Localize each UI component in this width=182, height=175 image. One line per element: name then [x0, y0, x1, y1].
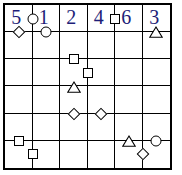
cell-r4c3[interactable] — [60, 86, 88, 113]
cell-r1c6: 3 — [143, 5, 171, 32]
cell-r4c4[interactable] — [88, 86, 116, 113]
cell-r6c1[interactable] — [5, 141, 33, 168]
given-number: 2 — [66, 7, 76, 27]
cell-r4c2[interactable] — [33, 86, 61, 113]
cell-r1c1: 5 — [5, 5, 33, 32]
cell-r3c3[interactable] — [60, 59, 88, 86]
cell-r5c2[interactable] — [33, 114, 61, 141]
cell-r5c1[interactable] — [5, 114, 33, 141]
cell-r6c4[interactable] — [88, 141, 116, 168]
cell-r1c5: 6 — [115, 5, 143, 32]
given-number: 6 — [121, 7, 131, 27]
cell-r1c3: 2 — [60, 5, 88, 32]
cell-r5c4[interactable] — [88, 114, 116, 141]
cell-r3c2[interactable] — [33, 59, 61, 86]
cell-r2c5[interactable] — [115, 32, 143, 59]
cell-r4c5[interactable] — [115, 86, 143, 113]
cell-r6c2[interactable] — [33, 141, 61, 168]
cell-r4c1[interactable] — [5, 86, 33, 113]
cell-r2c4[interactable] — [88, 32, 116, 59]
cell-r2c6[interactable] — [143, 32, 171, 59]
cell-r5c6[interactable] — [143, 114, 171, 141]
cell-r1c2: 1 — [33, 5, 61, 32]
given-number: 5 — [11, 7, 21, 27]
cell-r3c6[interactable] — [143, 59, 171, 86]
cell-r2c1[interactable] — [5, 32, 33, 59]
cell-r3c1[interactable] — [5, 59, 33, 86]
cell-r5c3[interactable] — [60, 114, 88, 141]
cell-grid: 512463 — [5, 5, 170, 168]
given-number: 4 — [94, 7, 104, 27]
cell-r2c2[interactable] — [33, 32, 61, 59]
given-number: 1 — [39, 7, 49, 27]
puzzle-board: 512463 — [3, 3, 172, 170]
given-number: 3 — [149, 7, 159, 27]
puzzle-screenshot: 512463 — [0, 0, 182, 175]
cell-r6c3[interactable] — [60, 141, 88, 168]
cell-r5c5[interactable] — [115, 114, 143, 141]
cell-r1c4: 4 — [88, 5, 116, 32]
cell-r3c4[interactable] — [88, 59, 116, 86]
cell-r2c3[interactable] — [60, 32, 88, 59]
cell-r4c6[interactable] — [143, 86, 171, 113]
cell-r6c6[interactable] — [143, 141, 171, 168]
cell-r6c5[interactable] — [115, 141, 143, 168]
cell-r3c5[interactable] — [115, 59, 143, 86]
